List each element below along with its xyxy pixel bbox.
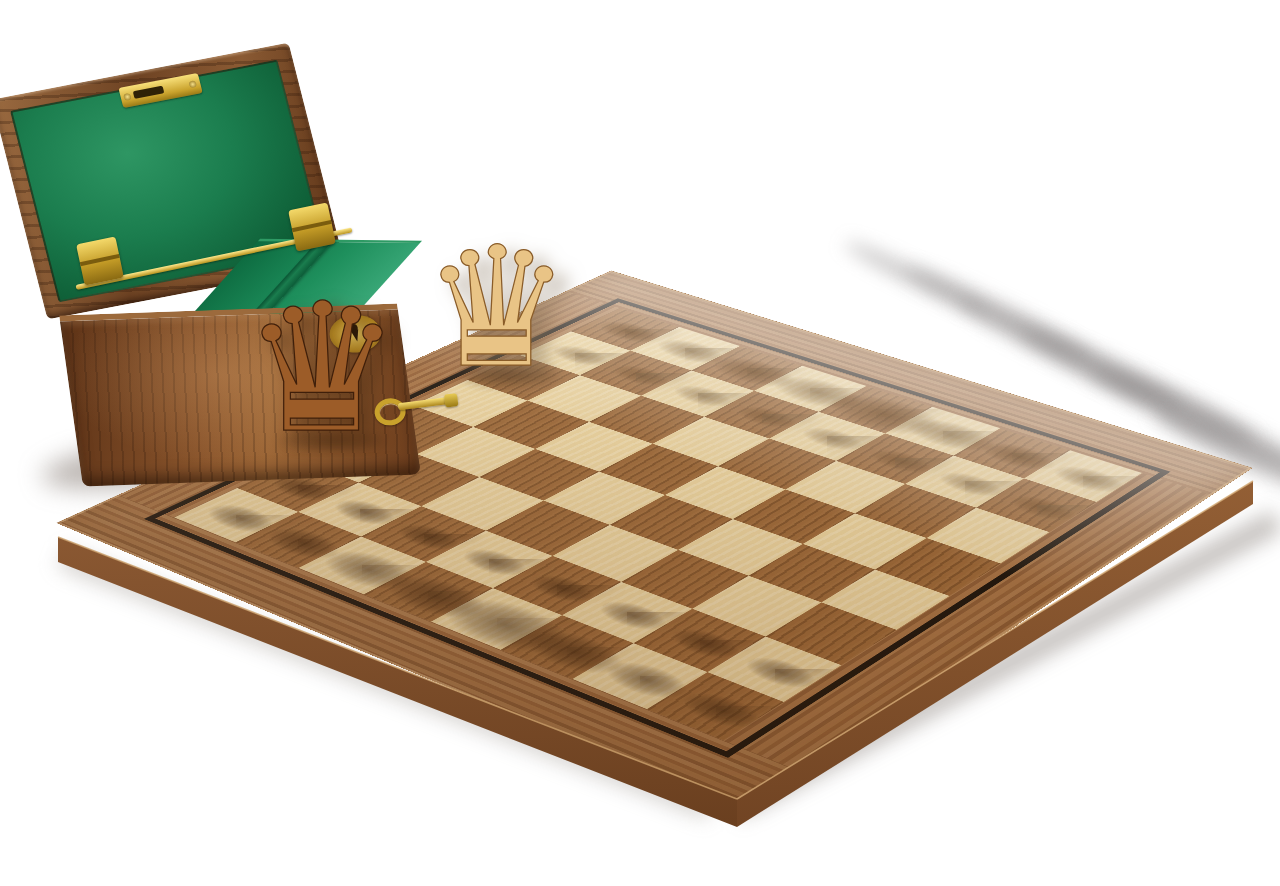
key-shaft <box>398 397 448 410</box>
latch-slot <box>133 86 165 99</box>
latch-screw <box>123 93 132 101</box>
extra-black-queen-glyph: ♛ <box>242 280 402 458</box>
box-hinge-left <box>76 236 124 285</box>
scene: ♜♞♝♛♚♝♞♜♟♟♟♟♟♟♟♟♟♟♟♟♟♟♟♟♜♞♝♛♚♝♞♜ <box>0 0 1280 886</box>
key-tip <box>444 393 458 407</box>
latch-screw <box>188 80 197 88</box>
extra-white-queen-glyph: ♛ <box>423 225 572 391</box>
box-hinge-right <box>288 202 336 251</box>
